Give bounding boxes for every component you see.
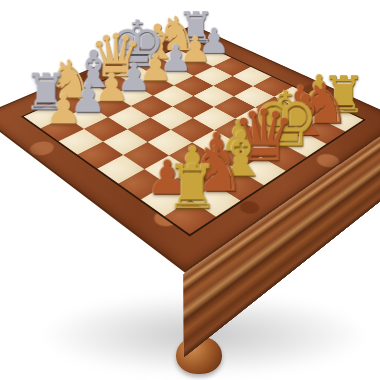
chess-case-scene: ♜♞♝♛♚♝♞♜♟♟♟♟♟♟♟♟♟♟♟♟♟♟♟♟♜♞♝♛♚♝♞♜ bbox=[0, 0, 380, 380]
product-photo-backdrop: ♜♞♝♛♚♝♞♜♟♟♟♟♟♟♟♟♟♟♟♟♟♟♟♟♜♞♝♛♚♝♞♜ bbox=[0, 0, 380, 380]
piece-white-rook[interactable]: ♜ bbox=[165, 157, 219, 218]
square-e6[interactable] bbox=[153, 85, 193, 106]
square-f6[interactable] bbox=[174, 76, 213, 96]
square-a5[interactable] bbox=[78, 142, 124, 169]
square-a1[interactable]: ♜ bbox=[165, 200, 216, 234]
square-d5[interactable] bbox=[150, 106, 192, 129]
piece-black-pawn[interactable]: ♟ bbox=[45, 89, 82, 130]
square-a7[interactable]: ♟ bbox=[41, 117, 84, 141]
chess-case: ♜♞♝♛♚♝♞♜♟♟♟♟♟♟♟♟♟♟♟♟♟♟♟♟♜♞♝♛♚♝♞♜ bbox=[0, 25, 380, 273]
